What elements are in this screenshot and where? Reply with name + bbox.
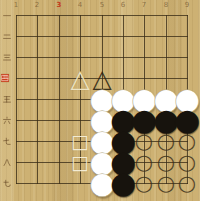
- left-coordinate-label: [2, 158, 11, 167]
- left-coordinate-label: [2, 53, 11, 62]
- go-board[interactable]: △△●●●●●●●●●●□●●○○○□●●○○○●●○○○123456789: [0, 0, 200, 201]
- cjk-numeral-glyph: [1, 74, 9, 82]
- circle-mark: ○: [132, 171, 156, 195]
- left-coordinate-label-highlighted: [1, 74, 9, 82]
- cjk-numeral-glyph: [3, 53, 11, 61]
- top-coordinate-label: 4: [78, 1, 82, 9]
- cjk-numeral-glyph: [3, 116, 11, 124]
- cjk-numeral-glyph: [3, 11, 11, 19]
- cjk-numeral-glyph: [3, 158, 11, 166]
- cjk-numeral-glyph: [3, 137, 11, 145]
- top-coordinate-label: 1: [14, 1, 18, 9]
- cjk-numeral-glyph: [3, 179, 11, 187]
- top-coordinate-label: 5: [100, 1, 104, 9]
- top-coordinate-label: 8: [164, 1, 168, 9]
- cjk-numeral-glyph: [3, 32, 11, 40]
- go-board-screen: △△●●●●●●●●●●□●●○○○□●●○○○●●○○○123456789: [0, 0, 200, 201]
- left-coordinate-label: [2, 32, 11, 41]
- left-coordinate-label: [2, 11, 11, 20]
- left-coordinate-label: [2, 95, 11, 104]
- left-coordinate-label: [2, 137, 11, 146]
- left-coordinate-label: [2, 179, 11, 188]
- top-coordinate-label: 7: [142, 1, 146, 9]
- circle-mark: ○: [175, 171, 199, 195]
- left-coordinate-label: [2, 116, 11, 125]
- top-coordinate-label: 9: [185, 1, 189, 9]
- top-coordinate-label: 3: [57, 1, 62, 9]
- cjk-numeral-glyph: [3, 95, 11, 103]
- top-coordinate-label: 6: [121, 1, 125, 9]
- top-coordinate-label: 2: [35, 1, 39, 9]
